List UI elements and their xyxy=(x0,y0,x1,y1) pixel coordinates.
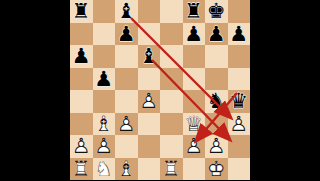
piece-white-pawn-h3[interactable]: ♟♙ xyxy=(228,113,251,136)
piece-black-pawn-b5[interactable]: ♟ xyxy=(93,68,116,91)
square-b5[interactable]: ♟ xyxy=(93,68,116,91)
square-g2[interactable]: ♟♙ xyxy=(205,135,228,158)
square-g8[interactable]: ♚ xyxy=(205,0,228,23)
square-c6[interactable] xyxy=(115,45,138,68)
piece-black-pawn-c7[interactable]: ♟ xyxy=(115,23,138,46)
square-d2[interactable] xyxy=(138,135,161,158)
piece-white-rook-e1[interactable]: ♜♖ xyxy=(160,158,183,181)
square-g4[interactable]: ♞ xyxy=(205,90,228,113)
square-h8[interactable] xyxy=(228,0,251,23)
piece-black-pawn-f7[interactable]: ♟ xyxy=(183,23,206,46)
square-g6[interactable] xyxy=(205,45,228,68)
square-b3[interactable]: ♝♗ xyxy=(93,113,116,136)
square-f5[interactable] xyxy=(183,68,206,91)
square-c1[interactable]: ♝♗ xyxy=(115,158,138,181)
square-d5[interactable] xyxy=(138,68,161,91)
piece-white-pawn-g2[interactable]: ♟♙ xyxy=(205,135,228,158)
square-f6[interactable] xyxy=(183,45,206,68)
piece-white-queen-f3[interactable]: ♛♕ xyxy=(183,113,206,136)
square-c4[interactable] xyxy=(115,90,138,113)
piece-black-king-g8[interactable]: ♚ xyxy=(205,0,228,23)
piece-white-knight-b1[interactable]: ♞♘ xyxy=(93,158,116,181)
square-c2[interactable] xyxy=(115,135,138,158)
square-h7[interactable]: ♟ xyxy=(228,23,251,46)
square-f8[interactable]: ♜ xyxy=(183,0,206,23)
piece-white-pawn-b2[interactable]: ♟♙ xyxy=(93,135,116,158)
piece-white-bishop-c1[interactable]: ♝♗ xyxy=(115,158,138,181)
square-c8[interactable]: ♝ xyxy=(115,0,138,23)
square-f1[interactable] xyxy=(183,158,206,181)
square-a3[interactable] xyxy=(70,113,93,136)
square-b1[interactable]: ♞♘ xyxy=(93,158,116,181)
piece-black-rook-f8[interactable]: ♜ xyxy=(183,0,206,23)
piece-black-knight-g4[interactable]: ♞ xyxy=(205,90,228,113)
square-d8[interactable] xyxy=(138,0,161,23)
square-c3[interactable]: ♟♙ xyxy=(115,113,138,136)
square-a6[interactable]: ♟ xyxy=(70,45,93,68)
square-f2[interactable]: ♟♙ xyxy=(183,135,206,158)
piece-white-pawn-d4[interactable]: ♟♙ xyxy=(138,90,161,113)
piece-white-rook-a1[interactable]: ♜♖ xyxy=(70,158,93,181)
letterbox-right xyxy=(250,0,320,180)
video-frame: ♜♝♜♚♟♟♟♟♟♝♟♟♙♞♛♝♗♟♙♛♕♟♙♟♙♟♙♟♙♟♙♜♖♞♘♝♗♜♖♚… xyxy=(0,0,320,180)
square-h1[interactable] xyxy=(228,158,251,181)
square-g1[interactable]: ♚♔ xyxy=(205,158,228,181)
square-b7[interactable] xyxy=(93,23,116,46)
square-a2[interactable]: ♟♙ xyxy=(70,135,93,158)
piece-white-bishop-b3[interactable]: ♝♗ xyxy=(93,113,116,136)
piece-black-queen-h4[interactable]: ♛ xyxy=(228,90,251,113)
piece-white-pawn-f2[interactable]: ♟♙ xyxy=(183,135,206,158)
piece-black-rook-a8[interactable]: ♜ xyxy=(70,0,93,23)
letterbox-left xyxy=(0,0,70,180)
square-a1[interactable]: ♜♖ xyxy=(70,158,93,181)
square-b2[interactable]: ♟♙ xyxy=(93,135,116,158)
square-h3[interactable]: ♟♙ xyxy=(228,113,251,136)
square-e4[interactable] xyxy=(160,90,183,113)
square-h4[interactable]: ♛ xyxy=(228,90,251,113)
piece-black-pawn-h7[interactable]: ♟ xyxy=(228,23,251,46)
square-a8[interactable]: ♜ xyxy=(70,0,93,23)
square-b4[interactable] xyxy=(93,90,116,113)
square-c5[interactable] xyxy=(115,68,138,91)
square-e1[interactable]: ♜♖ xyxy=(160,158,183,181)
piece-black-bishop-c8[interactable]: ♝ xyxy=(115,0,138,23)
chess-board[interactable]: ♜♝♜♚♟♟♟♟♟♝♟♟♙♞♛♝♗♟♙♛♕♟♙♟♙♟♙♟♙♟♙♜♖♞♘♝♗♜♖♚… xyxy=(70,0,250,180)
square-d4[interactable]: ♟♙ xyxy=(138,90,161,113)
square-e3[interactable] xyxy=(160,113,183,136)
piece-white-pawn-c3[interactable]: ♟♙ xyxy=(115,113,138,136)
square-d7[interactable] xyxy=(138,23,161,46)
square-b6[interactable] xyxy=(93,45,116,68)
square-h6[interactable] xyxy=(228,45,251,68)
square-e8[interactable] xyxy=(160,0,183,23)
square-g3[interactable] xyxy=(205,113,228,136)
square-h5[interactable] xyxy=(228,68,251,91)
piece-white-pawn-a2[interactable]: ♟♙ xyxy=(70,135,93,158)
square-d6[interactable]: ♝ xyxy=(138,45,161,68)
square-a7[interactable] xyxy=(70,23,93,46)
square-f3[interactable]: ♛♕ xyxy=(183,113,206,136)
square-h2[interactable] xyxy=(228,135,251,158)
piece-white-king-g1[interactable]: ♚♔ xyxy=(205,158,228,181)
square-e7[interactable] xyxy=(160,23,183,46)
square-e6[interactable] xyxy=(160,45,183,68)
square-g5[interactable] xyxy=(205,68,228,91)
square-e2[interactable] xyxy=(160,135,183,158)
square-a4[interactable] xyxy=(70,90,93,113)
square-f4[interactable] xyxy=(183,90,206,113)
square-f7[interactable]: ♟ xyxy=(183,23,206,46)
square-g7[interactable]: ♟ xyxy=(205,23,228,46)
piece-black-bishop-d6[interactable]: ♝ xyxy=(138,45,161,68)
square-a5[interactable] xyxy=(70,68,93,91)
square-d1[interactable] xyxy=(138,158,161,181)
square-e5[interactable] xyxy=(160,68,183,91)
square-c7[interactable]: ♟ xyxy=(115,23,138,46)
piece-black-pawn-a6[interactable]: ♟ xyxy=(70,45,93,68)
square-d3[interactable] xyxy=(138,113,161,136)
square-b8[interactable] xyxy=(93,0,116,23)
piece-black-pawn-g7[interactable]: ♟ xyxy=(205,23,228,46)
